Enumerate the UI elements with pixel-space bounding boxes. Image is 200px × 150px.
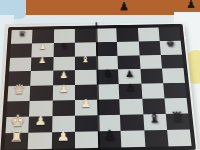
square-b4[interactable] — [75, 115, 98, 132]
square-g5[interactable] — [96, 42, 118, 56]
square-c3[interactable] — [52, 100, 75, 116]
black-rook-b8[interactable]: ♜ — [165, 110, 189, 127]
square-c5[interactable] — [97, 99, 120, 115]
square-a7[interactable] — [144, 130, 168, 147]
white-pawn-f2[interactable]: ♟ — [31, 54, 53, 69]
white-queen-d1[interactable]: ♛ — [8, 83, 31, 98]
square-f1[interactable] — [9, 57, 31, 72]
photo-scene: { "game": "chess", "scene": { "descripti… — [0, 0, 200, 150]
black-pawn-a5[interactable]: ♟ — [98, 127, 122, 144]
square-f8[interactable] — [161, 54, 184, 69]
square-e7[interactable] — [140, 69, 163, 84]
white-rook-a1[interactable]: ♜ — [5, 129, 29, 146]
square-e4[interactable] — [75, 70, 97, 85]
square-a6[interactable] — [121, 131, 145, 148]
black-knight-e5[interactable]: ♞ — [96, 67, 118, 82]
white-pawn-c4[interactable]: ♟ — [75, 96, 98, 112]
square-f7[interactable] — [139, 55, 162, 70]
black-pawn-d6[interactable]: ♟ — [119, 81, 142, 96]
chess-board: ♚♛♜♝♟♟♟♟♟♟♟♛♞♚♞♟♟♝♟♜ — [0, 24, 196, 150]
square-d8[interactable] — [163, 83, 187, 98]
square-b6[interactable] — [120, 114, 144, 131]
square-d2[interactable] — [30, 86, 53, 101]
square-e8[interactable] — [162, 69, 185, 84]
square-h5[interactable] — [96, 28, 117, 42]
white-pawn-g2[interactable]: ♟ — [32, 40, 54, 54]
black-king-g8[interactable]: ♚ — [159, 38, 182, 52]
white-bishop-f4[interactable]: ♝ — [75, 53, 97, 68]
white-pawn-d3[interactable]: ♟ — [52, 82, 74, 97]
wood-table-top — [0, 0, 200, 15]
black-queen-h1[interactable]: ♛ — [11, 27, 33, 41]
black-knight-g3[interactable]: ♞ — [53, 40, 74, 54]
square-h6[interactable] — [117, 28, 139, 42]
black-pawn-e6[interactable]: ♟ — [118, 66, 141, 81]
square-h4[interactable] — [75, 29, 96, 43]
square-a8[interactable] — [167, 130, 192, 147]
square-g6[interactable] — [117, 41, 139, 55]
square-c6[interactable] — [120, 99, 143, 115]
black-bishop-b7[interactable]: ♝ — [143, 110, 167, 127]
square-g7[interactable] — [138, 41, 160, 55]
square-g1[interactable] — [10, 43, 32, 57]
board-frame: ♚♛♜♝♟♟♟♟♟♟♟♛♞♚♞♟♟♝♟♜ — [0, 24, 196, 150]
square-a4[interactable] — [75, 131, 98, 148]
square-e2[interactable] — [30, 71, 52, 86]
square-d5[interactable] — [97, 84, 120, 99]
captured-piece-on-wood-icon: ♟ — [186, 0, 196, 10]
square-d7[interactable] — [141, 84, 164, 99]
square-a2[interactable] — [28, 132, 52, 149]
white-pawn-a3[interactable]: ♟ — [51, 128, 74, 145]
square-h7[interactable] — [137, 27, 159, 41]
white-pawn-b2[interactable]: ♟ — [29, 113, 52, 130]
white-pawn-e3[interactable]: ♟ — [53, 67, 75, 82]
captured-black-pawn-icon: ♟ — [119, 1, 129, 12]
